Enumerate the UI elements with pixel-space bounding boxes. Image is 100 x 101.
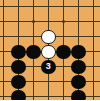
intersection-c1-r2[interactable]	[0, 14, 11, 29]
star-point	[62, 20, 65, 23]
intersection-c5-r6[interactable]	[56, 74, 71, 89]
intersection-c1-r1[interactable]	[0, 0, 11, 14]
intersection-c6-r3[interactable]	[71, 29, 86, 44]
intersection-c5-r1[interactable]	[56, 0, 71, 14]
intersection-c3-r2[interactable]	[26, 14, 41, 29]
intersection-c1-r3[interactable]	[0, 29, 11, 44]
intersection-c3-r1[interactable]	[26, 0, 41, 14]
intersection-c2-r4[interactable]	[11, 44, 26, 59]
intersection-c7-r7[interactable]	[86, 89, 100, 100]
black-stone	[71, 75, 85, 89]
black-stone	[11, 75, 25, 89]
intersection-c1-r4[interactable]	[0, 44, 11, 59]
intersection-c4-r6[interactable]	[41, 74, 56, 89]
intersection-c6-r4[interactable]	[71, 44, 86, 59]
intersection-c2-r1[interactable]	[11, 0, 26, 14]
intersection-c7-r6[interactable]	[86, 74, 100, 89]
intersection-c2-r6[interactable]	[11, 74, 26, 89]
black-stone	[11, 45, 25, 59]
white-stone	[41, 30, 55, 44]
intersection-c2-r5[interactable]	[11, 59, 26, 74]
intersection-c4-r5[interactable]: 3	[41, 59, 56, 74]
intersection-c5-r3[interactable]	[56, 29, 71, 44]
intersection-c3-r6[interactable]	[26, 74, 41, 89]
intersection-c4-r7[interactable]	[41, 89, 56, 100]
intersection-c4-r4[interactable]	[41, 44, 56, 59]
intersection-c4-r3[interactable]	[41, 29, 56, 44]
intersection-c3-r3[interactable]	[26, 29, 41, 44]
intersection-c5-r2[interactable]	[56, 14, 71, 29]
intersection-c5-r4[interactable]	[56, 44, 71, 59]
intersection-c6-r7[interactable]	[71, 89, 86, 100]
intersection-c7-r2[interactable]	[86, 14, 100, 29]
board-intersections: 3	[0, 0, 100, 100]
intersection-c6-r6[interactable]	[71, 74, 86, 89]
intersection-c7-r5[interactable]	[86, 59, 100, 74]
intersection-c5-r5[interactable]	[56, 59, 71, 74]
move-number-label: 3	[46, 62, 51, 71]
black-stone	[56, 45, 70, 59]
black-stone	[11, 60, 25, 74]
black-stone	[71, 60, 85, 74]
star-point	[32, 20, 35, 23]
intersection-c4-r2[interactable]	[41, 14, 56, 29]
black-stone	[26, 45, 40, 59]
intersection-c7-r4[interactable]	[86, 44, 100, 59]
intersection-c7-r3[interactable]	[86, 29, 100, 44]
intersection-c5-r7[interactable]	[56, 89, 71, 100]
go-board: 3	[0, 0, 100, 100]
black-stone	[71, 90, 85, 101]
intersection-c3-r7[interactable]	[26, 89, 41, 100]
intersection-c2-r2[interactable]	[11, 14, 26, 29]
black-stone: 3	[41, 60, 55, 74]
intersection-c7-r1[interactable]	[86, 0, 100, 14]
intersection-c1-r5[interactable]	[0, 59, 11, 74]
intersection-c3-r4[interactable]	[26, 44, 41, 59]
black-stone	[11, 90, 25, 101]
black-stone	[71, 45, 85, 59]
intersection-c1-r6[interactable]	[0, 74, 11, 89]
intersection-c2-r3[interactable]	[11, 29, 26, 44]
intersection-c3-r5[interactable]	[26, 59, 41, 74]
intersection-c4-r1[interactable]	[41, 0, 56, 14]
intersection-c2-r7[interactable]	[11, 89, 26, 100]
white-stone	[41, 45, 55, 59]
intersection-c6-r2[interactable]	[71, 14, 86, 29]
intersection-c1-r7[interactable]	[0, 89, 11, 100]
intersection-c6-r1[interactable]	[71, 0, 86, 14]
intersection-c6-r5[interactable]	[71, 59, 86, 74]
